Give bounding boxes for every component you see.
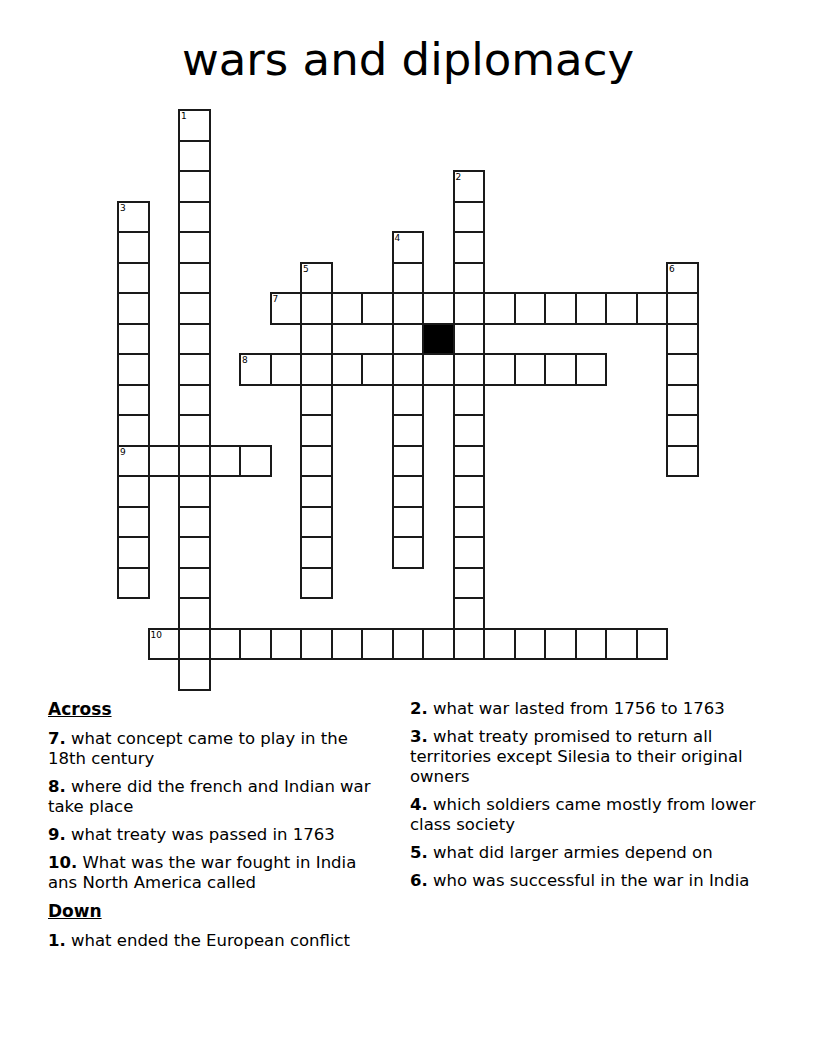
grid-cell[interactable] xyxy=(666,414,699,447)
clue-text: who was successful in the war in India xyxy=(428,871,750,890)
grid-cell[interactable] xyxy=(392,475,425,508)
grid-cell[interactable]: 7 xyxy=(270,292,303,325)
clue-number: 5. xyxy=(410,843,428,862)
grid-cell[interactable]: 2 xyxy=(453,170,486,203)
grid-cell[interactable] xyxy=(178,231,211,264)
clue-item: 4. which soldiers came mostly from lower… xyxy=(410,795,760,835)
grid-cell[interactable] xyxy=(178,262,211,295)
grid-cell[interactable]: 3 xyxy=(117,201,150,234)
grid-cell[interactable] xyxy=(636,292,669,325)
grid-cell[interactable]: 9 xyxy=(117,445,150,478)
grid-cell[interactable] xyxy=(453,292,486,325)
clue-number: 9. xyxy=(48,825,66,844)
grid-cell[interactable]: 1 xyxy=(178,109,211,142)
grid-cell[interactable] xyxy=(300,414,333,447)
cell-number: 5 xyxy=(303,264,309,274)
grid-cell[interactable] xyxy=(453,445,486,478)
clue-text: which soldiers came mostly from lower cl… xyxy=(410,795,756,834)
grid-cell[interactable] xyxy=(361,628,394,661)
grid-cell[interactable] xyxy=(117,353,150,386)
grid-cell[interactable] xyxy=(117,231,150,264)
grid-cell[interactable] xyxy=(270,353,303,386)
grid-cell[interactable] xyxy=(239,628,272,661)
grid-cell[interactable] xyxy=(453,414,486,447)
clue-number: 6. xyxy=(410,871,428,890)
clue-text: what treaty was passed in 1763 xyxy=(66,825,335,844)
clue-text: what concept came to play in the 18th ce… xyxy=(48,729,348,768)
grid-cell[interactable] xyxy=(209,628,242,661)
grid-cell[interactable] xyxy=(453,628,486,661)
grid-cell[interactable] xyxy=(636,628,669,661)
grid-cell[interactable] xyxy=(422,292,455,325)
grid-cell[interactable] xyxy=(514,628,547,661)
cell-number: 4 xyxy=(395,233,401,243)
grid-cell[interactable] xyxy=(300,475,333,508)
grid-cell[interactable] xyxy=(178,201,211,234)
grid-cell[interactable]: 4 xyxy=(392,231,425,264)
clue-item: 9. what treaty was passed in 1763 xyxy=(48,825,389,845)
grid-cell[interactable] xyxy=(300,323,333,356)
grid-cell[interactable] xyxy=(666,323,699,356)
grid-cell[interactable] xyxy=(209,445,242,478)
cell-number: 2 xyxy=(456,172,462,182)
grid-cell[interactable] xyxy=(666,384,699,417)
grid-cell[interactable] xyxy=(117,414,150,447)
grid-cell[interactable] xyxy=(544,353,577,386)
grid-cell[interactable] xyxy=(483,353,516,386)
grid-cell[interactable] xyxy=(514,292,547,325)
grid-cell[interactable] xyxy=(300,506,333,539)
clue-text: where did the french and Indian war take… xyxy=(48,777,371,816)
clue-item: 10. What was the war fought in India ans… xyxy=(48,853,389,893)
clue-text: what did larger armies depend on xyxy=(428,843,713,862)
cell-number: 8 xyxy=(242,355,248,365)
grid-cell[interactable] xyxy=(483,628,516,661)
grid-cell[interactable] xyxy=(544,292,577,325)
grid-cell[interactable] xyxy=(117,384,150,417)
grid-cell[interactable] xyxy=(483,292,516,325)
clue-item: 3. what treaty promised to return all te… xyxy=(410,727,760,787)
grid-cell[interactable] xyxy=(178,567,211,600)
grid-cell[interactable] xyxy=(239,445,272,478)
cell-number: 9 xyxy=(120,447,126,457)
clue-item: 7. what concept came to play in the 18th… xyxy=(48,729,389,769)
cell-number: 3 xyxy=(120,203,126,213)
grid-cell[interactable] xyxy=(331,628,364,661)
grid-cell[interactable] xyxy=(453,323,486,356)
grid-cell[interactable] xyxy=(392,536,425,569)
grid-cell[interactable] xyxy=(544,628,577,661)
grid-cell[interactable] xyxy=(300,292,333,325)
grid-cell[interactable] xyxy=(300,628,333,661)
page-title: wars and diplomacy xyxy=(0,33,816,86)
grid-cell[interactable] xyxy=(666,445,699,478)
grid-cell[interactable] xyxy=(575,628,608,661)
grid-cell[interactable] xyxy=(117,323,150,356)
grid-cell[interactable] xyxy=(178,597,211,630)
grid-cell[interactable] xyxy=(422,353,455,386)
grid-cell[interactable] xyxy=(178,628,211,661)
cell-number: 6 xyxy=(669,264,675,274)
clue-number: 8. xyxy=(48,777,66,796)
grid-cell[interactable] xyxy=(453,353,486,386)
grid-cell[interactable] xyxy=(178,140,211,173)
clue-number: 1. xyxy=(48,931,66,950)
grid-cell[interactable] xyxy=(392,445,425,478)
grid-cell[interactable] xyxy=(605,628,638,661)
grid-cell[interactable] xyxy=(453,475,486,508)
clue-text: what war lasted from 1756 to 1763 xyxy=(428,699,725,718)
cell-number: 10 xyxy=(151,630,162,640)
clue-text: What was the war fought in India ans Nor… xyxy=(48,853,356,892)
grid-cell[interactable] xyxy=(453,201,486,234)
grid-cell[interactable] xyxy=(453,231,486,264)
grid-cell[interactable] xyxy=(361,353,394,386)
grid-cell[interactable] xyxy=(300,445,333,478)
grid-cell[interactable] xyxy=(666,353,699,386)
grid-cell[interactable] xyxy=(117,262,150,295)
grid-cell[interactable] xyxy=(453,567,486,600)
grid-cell[interactable] xyxy=(300,536,333,569)
grid-cell[interactable] xyxy=(178,292,211,325)
clue-item: 6. who was successful in the war in Indi… xyxy=(410,871,760,891)
grid-cell[interactable]: 5 xyxy=(300,262,333,295)
down-header: Down xyxy=(48,901,389,921)
cell-number: 7 xyxy=(273,294,279,304)
grid-cell[interactable] xyxy=(453,506,486,539)
grid-cell[interactable] xyxy=(392,506,425,539)
grid-cell[interactable] xyxy=(575,292,608,325)
grid-cell[interactable]: 6 xyxy=(666,262,699,295)
grid-cell[interactable] xyxy=(331,353,364,386)
grid-cell[interactable] xyxy=(453,536,486,569)
grid-cell[interactable]: 8 xyxy=(239,353,272,386)
grid-cell[interactable] xyxy=(605,292,638,325)
grid-cell[interactable] xyxy=(117,506,150,539)
grid-cell[interactable] xyxy=(178,475,211,508)
grid-cell[interactable] xyxy=(666,292,699,325)
grid-cell[interactable] xyxy=(453,262,486,295)
grid-cell[interactable] xyxy=(331,292,364,325)
black-cell xyxy=(422,323,455,356)
across-header: Across xyxy=(48,699,389,719)
grid-cell[interactable] xyxy=(300,567,333,600)
clue-item: 8. where did the french and Indian war t… xyxy=(48,777,389,817)
grid-cell[interactable] xyxy=(392,353,425,386)
grid-cell[interactable] xyxy=(392,628,425,661)
grid-cell[interactable] xyxy=(300,384,333,417)
grid-cell[interactable] xyxy=(178,445,211,478)
clue-number: 4. xyxy=(410,795,428,814)
grid-cell[interactable] xyxy=(361,292,394,325)
crossword-grid: 12345678910 xyxy=(118,110,698,690)
grid-cell[interactable] xyxy=(178,323,211,356)
clue-item: 5. what did larger armies depend on xyxy=(410,843,760,863)
grid-cell[interactable] xyxy=(392,414,425,447)
grid-cell[interactable] xyxy=(148,445,181,478)
clue-number: 2. xyxy=(410,699,428,718)
grid-cell[interactable] xyxy=(117,567,150,600)
clue-number: 7. xyxy=(48,729,66,748)
grid-cell[interactable] xyxy=(117,536,150,569)
grid-cell[interactable]: 10 xyxy=(148,628,181,661)
grid-cell[interactable] xyxy=(178,384,211,417)
grid-cell[interactable] xyxy=(453,384,486,417)
clue-number: 10. xyxy=(48,853,77,872)
grid-cell[interactable] xyxy=(575,353,608,386)
clue-item: 1. what ended the European conflict xyxy=(48,931,389,951)
grid-cell[interactable] xyxy=(117,292,150,325)
grid-cell[interactable] xyxy=(178,658,211,691)
clue-text: what treaty promised to return all terri… xyxy=(410,727,743,786)
grid-cell[interactable] xyxy=(392,323,425,356)
grid-cell[interactable] xyxy=(178,506,211,539)
clues-left-column: Across7. what concept came to play in th… xyxy=(48,699,389,959)
grid-cell[interactable] xyxy=(392,292,425,325)
grid-cell[interactable] xyxy=(178,414,211,447)
grid-cell[interactable] xyxy=(300,353,333,386)
clue-number: 3. xyxy=(410,727,428,746)
grid-cell[interactable] xyxy=(178,353,211,386)
grid-cell[interactable] xyxy=(514,353,547,386)
grid-cell[interactable] xyxy=(422,628,455,661)
grid-cell[interactable] xyxy=(270,628,303,661)
clue-item: 2. what war lasted from 1756 to 1763 xyxy=(410,699,760,719)
grid-cell[interactable] xyxy=(392,384,425,417)
clues-right-column: 2. what war lasted from 1756 to 17633. w… xyxy=(410,699,760,899)
grid-cell[interactable] xyxy=(178,536,211,569)
cell-number: 1 xyxy=(181,111,187,121)
grid-cell[interactable] xyxy=(392,262,425,295)
grid-cell[interactable] xyxy=(117,475,150,508)
grid-cell[interactable] xyxy=(453,597,486,630)
grid-cell[interactable] xyxy=(178,170,211,203)
clue-text: what ended the European conflict xyxy=(66,931,350,950)
